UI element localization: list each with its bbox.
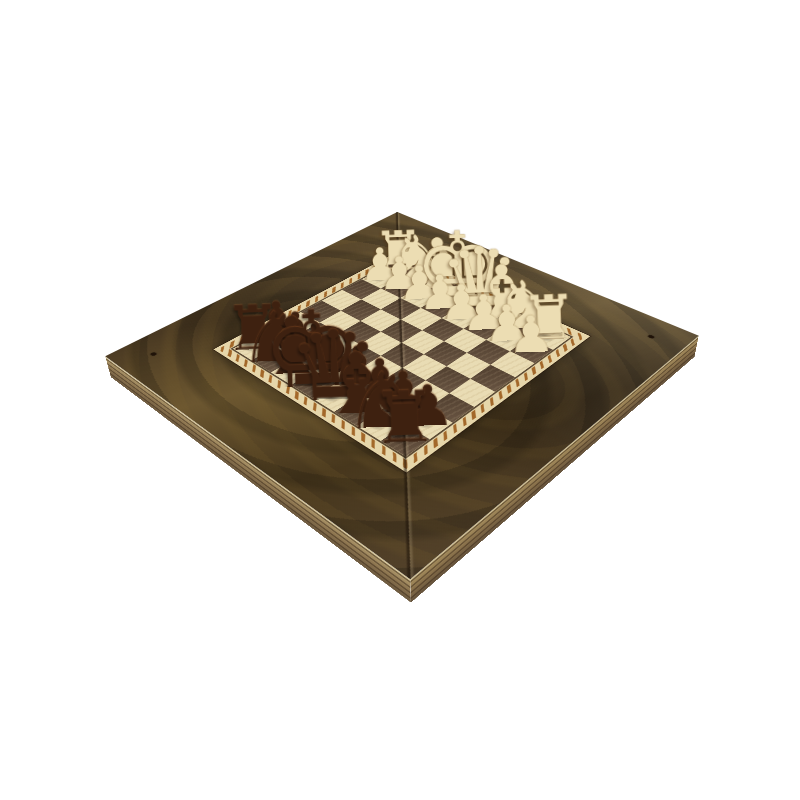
camera-tilt: ♜♞♝♚♛♝♞♜♟♟♟♟♟♟♟♟♟♟♟♟♟♟♟♟♜♞♝♚♛♝♞♜ (0, 0, 800, 800)
board-frame-top: ♜♞♝♚♛♝♞♜♟♟♟♟♟♟♟♟♟♟♟♟♟♟♟♟♜♞♝♚♛♝♞♜ (105, 212, 699, 579)
photo-canvas: ♜♞♝♚♛♝♞♜♟♟♟♟♟♟♟♟♟♟♟♟♟♟♟♟♜♞♝♚♛♝♞♜ (0, 0, 800, 800)
chess-board: ♜♞♝♚♛♝♞♜♟♟♟♟♟♟♟♟♟♟♟♟♟♟♟♟♜♞♝♚♛♝♞♜ (105, 212, 699, 579)
